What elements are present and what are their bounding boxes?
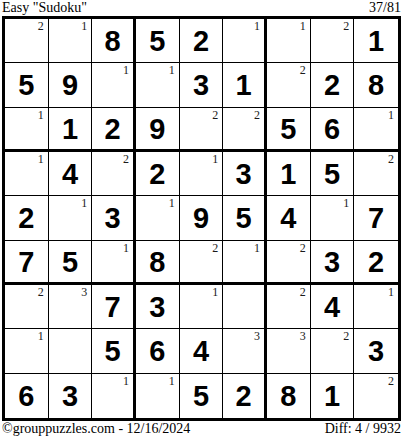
sudoku-cell-r5c1[interactable]: 2 [5, 196, 49, 240]
sudoku-cell-r5c2[interactable]: 1 [49, 196, 93, 240]
cell-value: 5 [280, 113, 296, 144]
sudoku-cell-r3c2[interactable]: 1 [49, 108, 93, 152]
sudoku-cell-r4c2[interactable]: 4 [49, 152, 93, 196]
corner-mark: 3 [81, 286, 87, 299]
cell-value: 4 [193, 335, 209, 366]
corner-mark: 2 [300, 286, 306, 299]
cell-value: 9 [193, 202, 209, 233]
corner-mark: 2 [123, 153, 129, 166]
cell-value: 4 [280, 202, 296, 233]
corner-mark: 2 [38, 20, 44, 33]
page-title: Easy "Sudoku" [2, 0, 87, 15]
sudoku-cell-r2c7[interactable]: 2 [267, 63, 311, 107]
sudoku-cell-r2c2[interactable]: 9 [49, 63, 93, 107]
sudoku-cell-r2c4[interactable]: 1 [136, 63, 180, 107]
cell-value: 1 [368, 25, 384, 56]
cell-value: 3 [149, 291, 165, 322]
sudoku-cell-r4c6[interactable]: 3 [223, 152, 267, 196]
cell-value: 1 [280, 158, 296, 189]
sudoku-cell-r6c9[interactable]: 2 [354, 241, 398, 285]
sudoku-cell-r6c5[interactable]: 2 [180, 241, 224, 285]
sudoku-cell-r7c5[interactable]: 1 [180, 285, 224, 329]
cell-value: 7 [105, 291, 121, 322]
sudoku-cell-r5c9[interactable]: 7 [354, 196, 398, 240]
sudoku-cell-r3c8[interactable]: 6 [311, 108, 355, 152]
sudoku-cell-r5c7[interactable]: 4 [267, 196, 311, 240]
cell-value: 3 [368, 335, 384, 366]
cell-value: 8 [149, 246, 165, 277]
copyright-text: ©grouppuzzles.com - 12/16/2024 [2, 421, 190, 436]
sudoku-cell-r4c7[interactable]: 1 [267, 152, 311, 196]
corner-mark: 1 [343, 197, 349, 210]
corner-mark: 1 [38, 153, 44, 166]
cell-value: 3 [105, 202, 121, 233]
cell-value: 5 [324, 158, 340, 189]
sudoku-cell-r3c9[interactable]: 1 [354, 108, 398, 152]
sudoku-cell-r6c2[interactable]: 5 [49, 241, 93, 285]
sudoku-cell-r5c5[interactable]: 9 [180, 196, 224, 240]
sudoku-cell-r8c1[interactable]: 1 [5, 329, 49, 373]
corner-mark: 2 [388, 153, 394, 166]
corner-mark: 2 [212, 242, 218, 255]
sudoku-cell-r7c7[interactable]: 2 [267, 285, 311, 329]
corner-mark: 2 [343, 20, 349, 33]
sudoku-cell-r6c3[interactable]: 1 [92, 241, 136, 285]
cell-value: 2 [149, 158, 165, 189]
sudoku-cell-r9c3[interactable]: 1 [92, 374, 136, 418]
corner-mark: 1 [169, 375, 175, 388]
corner-mark: 1 [212, 286, 218, 299]
sudoku-cell-r6c7[interactable]: 2 [267, 241, 311, 285]
sudoku-cell-r9c5[interactable]: 5 [180, 374, 224, 418]
cell-value: 2 [105, 113, 121, 144]
corner-mark: 1 [169, 64, 175, 77]
cell-value: 3 [324, 246, 340, 277]
sudoku-cell-r9c1[interactable]: 6 [5, 374, 49, 418]
cell-value: 1 [324, 380, 340, 411]
sudoku-cell-r8c6[interactable]: 3 [223, 329, 267, 373]
sudoku-page: Easy "Sudoku" 37/81 21852112159113122811… [0, 0, 403, 437]
sudoku-cell-r4c5[interactable]: 1 [180, 152, 224, 196]
cell-value: 5 [105, 335, 121, 366]
cell-value: 6 [18, 380, 34, 411]
corner-mark: 1 [254, 20, 260, 33]
sudoku-cell-r4c8[interactable]: 5 [311, 152, 355, 196]
corner-mark: 1 [38, 109, 44, 122]
sudoku-cell-r3c5[interactable]: 2 [180, 108, 224, 152]
corner-mark: 1 [123, 64, 129, 77]
sudoku-cell-r5c8[interactable]: 1 [311, 196, 355, 240]
sudoku-cell-r1c2[interactable]: 1 [49, 19, 93, 63]
corner-mark: 2 [300, 64, 306, 77]
sudoku-cell-r9c9[interactable]: 2 [354, 374, 398, 418]
corner-mark: 1 [169, 197, 175, 210]
corner-mark: 3 [300, 330, 306, 343]
cell-value: 8 [105, 25, 121, 56]
sudoku-cell-r5c6[interactable]: 5 [223, 196, 267, 240]
sudoku-cell-r9c6[interactable]: 2 [223, 374, 267, 418]
cell-value: 5 [149, 25, 165, 56]
corner-mark: 1 [388, 286, 394, 299]
cell-value: 2 [324, 69, 340, 100]
cell-value: 5 [236, 202, 252, 233]
sudoku-cell-r1c9[interactable]: 1 [354, 19, 398, 63]
cell-value: 2 [368, 246, 384, 277]
corner-mark: 1 [123, 242, 129, 255]
corner-mark: 1 [81, 197, 87, 210]
footer: ©grouppuzzles.com - 12/16/2024 Diff: 4 /… [2, 420, 401, 436]
sudoku-cell-r6c1[interactable]: 7 [5, 241, 49, 285]
corner-mark: 2 [343, 330, 349, 343]
corner-mark: 1 [123, 375, 129, 388]
cell-value: 1 [236, 69, 252, 100]
sudoku-cell-r7c4[interactable]: 3 [136, 285, 180, 329]
cell-value: 9 [62, 69, 78, 100]
cell-value: 4 [324, 291, 340, 322]
corner-mark: 1 [81, 20, 87, 33]
cell-value: 3 [236, 158, 252, 189]
sudoku-cell-r6c6[interactable]: 1 [223, 241, 267, 285]
sudoku-cell-r1c1[interactable]: 2 [5, 19, 49, 63]
cell-value: 2 [18, 202, 34, 233]
corner-mark: 1 [254, 242, 260, 255]
sudoku-cell-r1c7[interactable]: 1 [267, 19, 311, 63]
sudoku-cell-r9c7[interactable]: 8 [267, 374, 311, 418]
sudoku-cell-r1c6[interactable]: 1 [223, 19, 267, 63]
corner-mark: 2 [38, 286, 44, 299]
cell-value: 2 [236, 380, 252, 411]
corner-mark: 2 [300, 242, 306, 255]
sudoku-cell-r1c5[interactable]: 2 [180, 19, 224, 63]
cell-value: 7 [368, 202, 384, 233]
sudoku-cell-r3c7[interactable]: 5 [267, 108, 311, 152]
sudoku-cell-r4c9[interactable]: 2 [354, 152, 398, 196]
sudoku-cell-r2c1[interactable]: 5 [5, 63, 49, 107]
cell-value: 8 [368, 69, 384, 100]
sudoku-cell-r4c1[interactable]: 1 [5, 152, 49, 196]
corner-mark: 3 [254, 330, 260, 343]
cell-value: 5 [18, 69, 34, 100]
sudoku-cell-r2c3[interactable]: 1 [92, 63, 136, 107]
sudoku-cell-r4c3[interactable]: 2 [92, 152, 136, 196]
cell-value: 7 [18, 246, 34, 277]
sudoku-cell-r7c9[interactable]: 1 [354, 285, 398, 329]
sudoku-cell-r4c4[interactable]: 2 [136, 152, 180, 196]
sudoku-cell-r1c4[interactable]: 5 [136, 19, 180, 63]
corner-mark: 1 [212, 153, 218, 166]
sudoku-cell-r7c8[interactable]: 4 [311, 285, 355, 329]
cell-value: 2 [193, 25, 209, 56]
sudoku-cell-r7c2[interactable]: 3 [49, 285, 93, 329]
sudoku-cell-r8c7[interactable]: 3 [267, 329, 311, 373]
sudoku-cell-r5c4[interactable]: 1 [136, 196, 180, 240]
cell-value: 3 [62, 380, 78, 411]
progress-counter: 37/81 [369, 0, 401, 15]
sudoku-cell-r8c2[interactable] [49, 329, 93, 373]
sudoku-cell-r2c6[interactable]: 1 [223, 63, 267, 107]
cell-value: 4 [62, 158, 78, 189]
sudoku-cell-r1c3[interactable]: 8 [92, 19, 136, 63]
sudoku-cell-r6c8[interactable]: 3 [311, 241, 355, 285]
cell-value: 6 [324, 113, 340, 144]
cell-value: 6 [149, 335, 165, 366]
sudoku-cell-r9c4[interactable]: 1 [136, 374, 180, 418]
sudoku-cell-r6c4[interactable]: 8 [136, 241, 180, 285]
sudoku-cell-r7c6[interactable] [223, 285, 267, 329]
cell-value: 9 [149, 113, 165, 144]
sudoku-cell-r8c3[interactable]: 5 [92, 329, 136, 373]
sudoku-cell-r8c5[interactable]: 4 [180, 329, 224, 373]
sudoku-cell-r3c6[interactable]: 2 [223, 108, 267, 152]
sudoku-cell-r3c3[interactable]: 2 [92, 108, 136, 152]
corner-mark: 2 [254, 109, 260, 122]
header: Easy "Sudoku" 37/81 [2, 0, 401, 16]
cell-value: 3 [193, 69, 209, 100]
cell-value: 5 [193, 380, 209, 411]
sudoku-cell-r1c8[interactable]: 2 [311, 19, 355, 63]
sudoku-cell-r7c3[interactable]: 7 [92, 285, 136, 329]
sudoku-cell-r2c8[interactable]: 2 [311, 63, 355, 107]
sudoku-cell-r3c1[interactable]: 1 [5, 108, 49, 152]
cell-value: 5 [62, 246, 78, 277]
corner-mark: 1 [388, 109, 394, 122]
corner-mark: 2 [212, 109, 218, 122]
cell-value: 8 [280, 380, 296, 411]
sudoku-cell-r9c2[interactable]: 3 [49, 374, 93, 418]
sudoku-cell-r3c4[interactable]: 9 [136, 108, 180, 152]
difficulty-text: Diff: 4 / 9932 [325, 421, 401, 436]
sudoku-cell-r8c9[interactable]: 3 [354, 329, 398, 373]
sudoku-cell-r2c9[interactable]: 8 [354, 63, 398, 107]
sudoku-cell-r8c8[interactable]: 2 [311, 329, 355, 373]
sudoku-cell-r9c8[interactable]: 1 [311, 374, 355, 418]
corner-mark: 1 [300, 20, 306, 33]
sudoku-cell-r8c4[interactable]: 6 [136, 329, 180, 373]
corner-mark: 2 [388, 375, 394, 388]
sudoku-cell-r5c3[interactable]: 3 [92, 196, 136, 240]
corner-mark: 1 [38, 330, 44, 343]
sudoku-board: 2185211215911312281129225611422131522131… [5, 19, 398, 418]
cell-value: 1 [62, 113, 78, 144]
sudoku-board-frame: 2185211215911312281129225611422131522131… [2, 16, 401, 421]
sudoku-cell-r7c1[interactable]: 2 [5, 285, 49, 329]
sudoku-cell-r2c5[interactable]: 3 [180, 63, 224, 107]
